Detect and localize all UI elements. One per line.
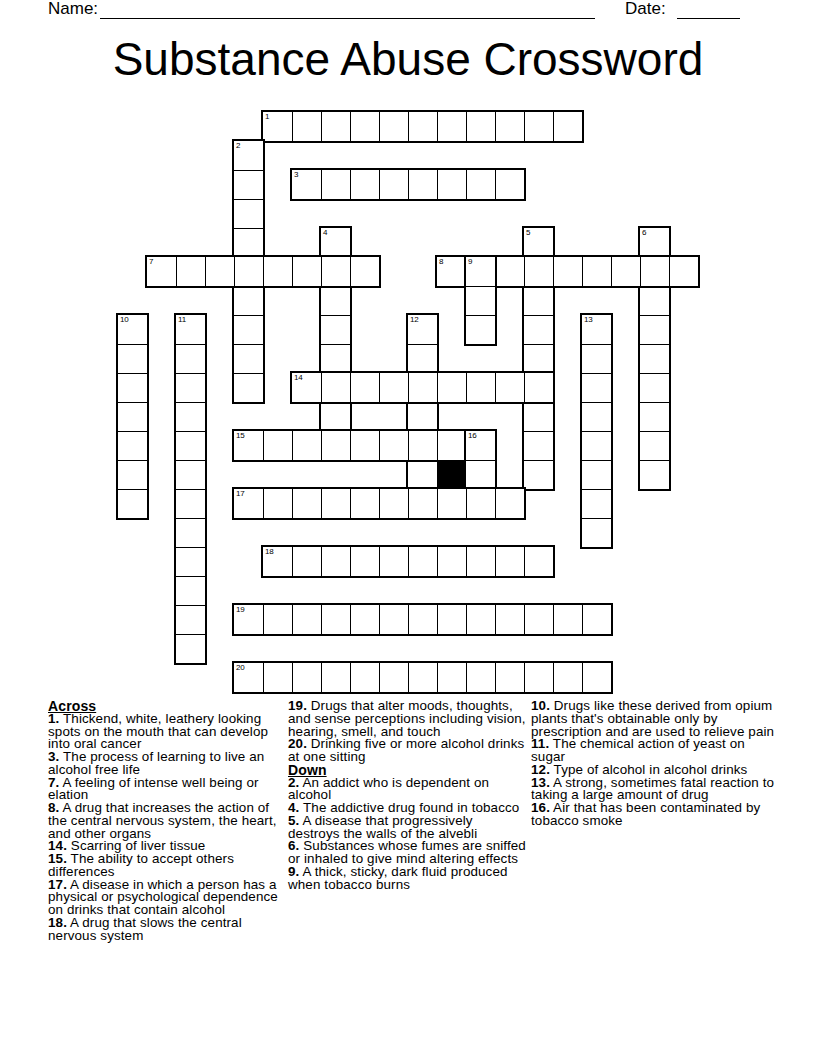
- grid-cell-r5c2[interactable]: [176, 257, 205, 286]
- grid-cell-r7c18[interactable]: [640, 315, 669, 344]
- grid-cell-r7c7[interactable]: [321, 315, 350, 344]
- grid-cell-r10c0[interactable]: [118, 402, 147, 431]
- grid-cell-r2c9[interactable]: [379, 170, 408, 199]
- grid-cell-r13c6[interactable]: [292, 489, 321, 518]
- grid-cell-r8c4[interactable]: [234, 344, 263, 373]
- crossword-grid: 1234567891011121314151617181920: [118, 112, 698, 692]
- grid-cell-r13c8[interactable]: [350, 489, 379, 518]
- name-input-line[interactable]: [100, 0, 595, 19]
- grid-cell-r15c14[interactable]: [524, 547, 553, 576]
- grid-cell-r12c0[interactable]: [118, 460, 147, 489]
- grid-cell-r11c18[interactable]: [640, 431, 669, 460]
- grid-cell-r0c10[interactable]: [408, 112, 437, 141]
- grid-cell-r19c12[interactable]: [466, 663, 495, 692]
- grid-cell-r5c13[interactable]: [495, 257, 524, 286]
- clue-number-17: 17: [236, 490, 245, 498]
- grid-cell-r2c4[interactable]: [234, 170, 263, 199]
- grid-cell-r17c7[interactable]: [321, 605, 350, 634]
- grid-cell-r7c4[interactable]: [234, 315, 263, 344]
- clue-8: 8. A drug that increases the action of t…: [48, 802, 286, 840]
- clue-17: 17. A disease in which a person has a ph…: [48, 879, 286, 917]
- grid-cell-r5c19[interactable]: [669, 257, 698, 286]
- clue-number-11: 11: [178, 316, 186, 324]
- grid-cell-r0c8[interactable]: [350, 112, 379, 141]
- clue-label-20: 20.: [288, 736, 307, 751]
- grid-cell-r6c12[interactable]: [466, 286, 495, 315]
- grid-cell-r17c12[interactable]: [466, 605, 495, 634]
- clue-label-6: 6.: [288, 838, 299, 853]
- clue-column-3: 10. Drugs like these derived from opium …: [531, 700, 781, 828]
- clue-label-19: 19.: [288, 698, 307, 713]
- grid-cell-r19c9[interactable]: [379, 663, 408, 692]
- grid-cell-r9c13[interactable]: [495, 373, 524, 402]
- grid-cell-r11c14[interactable]: [524, 431, 553, 460]
- grid-cell-r2c10[interactable]: [408, 170, 437, 199]
- grid-cell-r11c11[interactable]: [437, 431, 466, 460]
- grid-cell-r9c14[interactable]: [524, 373, 553, 402]
- word-run-18-across: [261, 545, 555, 578]
- word-run-10-down: [116, 313, 149, 520]
- grid-cell-r9c8[interactable]: [350, 373, 379, 402]
- grid-cell-r10c7[interactable]: [321, 402, 350, 431]
- clue-label-10: 10.: [531, 698, 550, 713]
- clue-5: 5. A disease that progressively destroys…: [288, 815, 527, 841]
- grid-cell-r11c5[interactable]: [263, 431, 292, 460]
- clue-11: 11. The chemical action of yeast on suga…: [531, 738, 781, 764]
- grid-cell-r6c14[interactable]: [524, 286, 553, 315]
- grid-cell-r9c9[interactable]: [379, 373, 408, 402]
- word-run-3-across: [290, 168, 526, 201]
- word-run-9-down: [464, 255, 497, 346]
- grid-cell-r17c8[interactable]: [350, 605, 379, 634]
- clue-number-19: 19: [236, 606, 245, 614]
- date-input-line[interactable]: [677, 0, 740, 19]
- grid-cell-r12c2[interactable]: [176, 460, 205, 489]
- word-run-14-across: [290, 371, 555, 404]
- grid-cell-r15c6[interactable]: [292, 547, 321, 576]
- grid-cell-r11c6[interactable]: [292, 431, 321, 460]
- grid-cell-r15c11[interactable]: [437, 547, 466, 576]
- grid-cell-r8c16[interactable]: [582, 344, 611, 373]
- grid-cell-r11c2[interactable]: [176, 431, 205, 460]
- grid-cell-r13c12[interactable]: [466, 489, 495, 518]
- clue-number-7: 7: [149, 258, 153, 266]
- grid-cell-r2c13[interactable]: [495, 170, 524, 199]
- grid-cell-r8c0[interactable]: [118, 344, 147, 373]
- grid-cell-r9c10[interactable]: [408, 373, 437, 402]
- clue-15: 15. The ability to accept others differe…: [48, 853, 286, 879]
- grid-cell-r5c14[interactable]: [524, 257, 553, 286]
- grid-cell-r5c16[interactable]: [582, 257, 611, 286]
- grid-cell-r19c16[interactable]: [582, 663, 611, 692]
- word-run-17-across: [232, 487, 526, 520]
- grid-cell-r12c12[interactable]: [466, 460, 495, 489]
- grid-cell-r7c14[interactable]: [524, 315, 553, 344]
- clue-number-6: 6: [642, 229, 646, 237]
- grid-cell-r0c11[interactable]: [437, 112, 466, 141]
- date-label: Date:: [625, 0, 666, 17]
- grid-cell-r15c10[interactable]: [408, 547, 437, 576]
- clue-number-20: 20: [236, 664, 245, 672]
- clue-20: 20. Drinking five or more alcohol drinks…: [288, 738, 527, 764]
- name-label: Name:: [48, 0, 98, 17]
- word-run-7-across: [145, 255, 381, 288]
- grid-cell-r13c10[interactable]: [408, 489, 437, 518]
- grid-cell-r6c4[interactable]: [234, 286, 263, 315]
- grid-cell-r19c7[interactable]: [321, 663, 350, 692]
- clue-13: 13. A strong, sometimes fatal reaction t…: [531, 777, 781, 803]
- clue-label-7: 7.: [48, 775, 59, 790]
- grid-cell-r8c18[interactable]: [640, 344, 669, 373]
- clue-1: 1. Thickend, white, leathery looking spo…: [48, 713, 286, 751]
- clue-label-17: 17.: [48, 877, 67, 892]
- grid-cell-r9c18[interactable]: [640, 373, 669, 402]
- grid-cell-r10c16[interactable]: [582, 402, 611, 431]
- word-run-11-down: [174, 313, 207, 665]
- black-cell-r12c11: [437, 460, 466, 489]
- grid-cell-r9c16[interactable]: [582, 373, 611, 402]
- grid-cell-r17c16[interactable]: [582, 605, 611, 634]
- grid-cell-r0c12[interactable]: [466, 112, 495, 141]
- grid-cell-r17c10[interactable]: [408, 605, 437, 634]
- grid-cell-r5c3[interactable]: [205, 257, 234, 286]
- grid-cell-r13c11[interactable]: [437, 489, 466, 518]
- grid-cell-r10c10[interactable]: [408, 402, 437, 431]
- clue-number-10: 10: [120, 316, 129, 324]
- grid-cell-r19c14[interactable]: [524, 663, 553, 692]
- clue-2: 2. An addict who is dependent on alcohol: [288, 777, 527, 803]
- clue-label-5: 5.: [288, 813, 299, 828]
- grid-cell-r10c14[interactable]: [524, 402, 553, 431]
- clue-number-13: 13: [584, 316, 593, 324]
- grid-cell-r13c0[interactable]: [118, 489, 147, 518]
- grid-cell-r15c2[interactable]: [176, 547, 205, 576]
- grid-cell-r0c7[interactable]: [321, 112, 350, 141]
- clue-label-15: 15.: [48, 851, 67, 866]
- clue-label-2: 2.: [288, 775, 299, 790]
- grid-cell-r19c8[interactable]: [350, 663, 379, 692]
- grid-cell-r17c9[interactable]: [379, 605, 408, 634]
- grid-cell-r9c12[interactable]: [466, 373, 495, 402]
- grid-cell-r15c13[interactable]: [495, 547, 524, 576]
- grid-cell-r13c2[interactable]: [176, 489, 205, 518]
- grid-cell-r6c18[interactable]: [640, 286, 669, 315]
- clue-number-16: 16: [468, 432, 477, 440]
- clue-label-8: 8.: [48, 800, 59, 815]
- page-title: Substance Abuse Crossword: [0, 36, 816, 82]
- word-run-15-across: [232, 429, 497, 462]
- grid-cell-r7c12[interactable]: [466, 315, 495, 344]
- grid-cell-r12c14[interactable]: [524, 460, 553, 489]
- grid-cell-r2c8[interactable]: [350, 170, 379, 199]
- clue-label-9: 9.: [288, 864, 299, 879]
- grid-cell-r13c5[interactable]: [263, 489, 292, 518]
- grid-cell-r17c5[interactable]: [263, 605, 292, 634]
- grid-cell-r15c12[interactable]: [466, 547, 495, 576]
- clue-number-2: 2: [236, 142, 240, 150]
- clue-number-3: 3: [294, 171, 298, 179]
- clue-label-11: 11.: [531, 736, 549, 751]
- grid-cell-r14c16[interactable]: [582, 518, 611, 547]
- grid-cell-r19c5[interactable]: [263, 663, 292, 692]
- grid-cell-r0c14[interactable]: [524, 112, 553, 141]
- clue-number-8: 8: [439, 258, 443, 266]
- clue-label-16: 16.: [531, 800, 550, 815]
- grid-cell-r3c4[interactable]: [234, 199, 263, 228]
- grid-cell-r9c4[interactable]: [234, 373, 263, 402]
- grid-cell-r17c11[interactable]: [437, 605, 466, 634]
- clue-number-9: 9: [468, 258, 472, 266]
- grid-cell-r2c7[interactable]: [321, 170, 350, 199]
- clue-column-2: 19. Drugs that alter moods, thoughts, an…: [288, 700, 527, 891]
- clue-number-5: 5: [526, 229, 530, 237]
- clue-label-3: 3.: [48, 749, 59, 764]
- grid-cell-r12c10[interactable]: [408, 460, 437, 489]
- grid-cell-r12c18[interactable]: [640, 460, 669, 489]
- grid-cell-r18c2[interactable]: [176, 634, 205, 663]
- clue-number-18: 18: [265, 548, 274, 556]
- grid-cell-r19c11[interactable]: [437, 663, 466, 692]
- clue-label-18: 18.: [48, 915, 67, 930]
- grid-cell-r5c8[interactable]: [350, 257, 379, 286]
- grid-cell-r9c11[interactable]: [437, 373, 466, 402]
- word-run-1-across: [261, 110, 584, 143]
- grid-cell-r11c8[interactable]: [350, 431, 379, 460]
- grid-cell-r5c7[interactable]: [321, 257, 350, 286]
- word-run-19-across: [232, 603, 613, 636]
- grid-cell-r19c10[interactable]: [408, 663, 437, 692]
- grid-cell-r11c10[interactable]: [408, 431, 437, 460]
- grid-cell-r0c9[interactable]: [379, 112, 408, 141]
- grid-cell-r15c9[interactable]: [379, 547, 408, 576]
- grid-cell-r5c15[interactable]: [553, 257, 582, 286]
- grid-cell-r17c13[interactable]: [495, 605, 524, 634]
- grid-cell-r11c0[interactable]: [118, 431, 147, 460]
- grid-cell-r12c16[interactable]: [582, 460, 611, 489]
- grid-cell-r5c4[interactable]: [234, 257, 263, 286]
- grid-cell-r19c15[interactable]: [553, 663, 582, 692]
- grid-cell-r8c10[interactable]: [408, 344, 437, 373]
- clue-label-13: 13.: [531, 775, 550, 790]
- grid-cell-r15c7[interactable]: [321, 547, 350, 576]
- grid-cell-r17c6[interactable]: [292, 605, 321, 634]
- grid-cell-r19c13[interactable]: [495, 663, 524, 692]
- grid-cell-r9c0[interactable]: [118, 373, 147, 402]
- word-run-20-across: [232, 661, 613, 694]
- grid-cell-r17c2[interactable]: [176, 605, 205, 634]
- clue-number-4: 4: [323, 229, 327, 237]
- clue-19: 19. Drugs that alter moods, thoughts, an…: [288, 700, 527, 738]
- clue-label-1: 1.: [48, 711, 59, 726]
- word-run-13-down: [580, 313, 613, 549]
- grid-cell-r19c6[interactable]: [292, 663, 321, 692]
- clue-16: 16. Air that has been contaminated by to…: [531, 802, 781, 828]
- grid-cell-r5c18[interactable]: [640, 257, 669, 286]
- grid-cell-r13c7[interactable]: [321, 489, 350, 518]
- grid-cell-r11c9[interactable]: [379, 431, 408, 460]
- clue-7: 7. A feeling of intense well being or el…: [48, 777, 286, 803]
- grid-cell-r10c2[interactable]: [176, 402, 205, 431]
- grid-cell-r0c6[interactable]: [292, 112, 321, 141]
- grid-cell-r6c7[interactable]: [321, 286, 350, 315]
- clue-number-1: 1: [265, 113, 269, 121]
- grid-cell-r2c11[interactable]: [437, 170, 466, 199]
- grid-cell-r2c12[interactable]: [466, 170, 495, 199]
- grid-cell-r9c2[interactable]: [176, 373, 205, 402]
- grid-cell-r8c2[interactable]: [176, 344, 205, 373]
- grid-cell-r10c18[interactable]: [640, 402, 669, 431]
- grid-cell-r17c15[interactable]: [553, 605, 582, 634]
- grid-cell-r0c13[interactable]: [495, 112, 524, 141]
- grid-cell-r5c17[interactable]: [611, 257, 640, 286]
- clue-column-1: Across1. Thickend, white, leathery looki…: [48, 700, 286, 942]
- grid-cell-r9c7[interactable]: [321, 373, 350, 402]
- grid-cell-r13c9[interactable]: [379, 489, 408, 518]
- clue-18: 18. A drug that slows the central nervou…: [48, 917, 286, 943]
- clue-number-15: 15: [236, 432, 245, 440]
- grid-cell-r13c13[interactable]: [495, 489, 524, 518]
- grid-cell-r14c2[interactable]: [176, 518, 205, 547]
- grid-cell-r5c5[interactable]: [263, 257, 292, 286]
- grid-cell-r8c7[interactable]: [321, 344, 350, 373]
- grid-cell-r4c4[interactable]: [234, 228, 263, 257]
- grid-cell-r16c2[interactable]: [176, 576, 205, 605]
- grid-cell-r11c7[interactable]: [321, 431, 350, 460]
- clue-number-14: 14: [294, 374, 303, 382]
- clue-number-12: 12: [410, 316, 419, 324]
- grid-cell-r11c16[interactable]: [582, 431, 611, 460]
- grid-cell-r17c14[interactable]: [524, 605, 553, 634]
- clue-10: 10. Drugs like these derived from opium …: [531, 700, 781, 738]
- clue-9: 9. A thick, sticky, dark fluid produced …: [288, 866, 527, 892]
- grid-cell-r5c6[interactable]: [292, 257, 321, 286]
- clue-3: 3. The process of learning to live an al…: [48, 751, 286, 777]
- grid-cell-r15c8[interactable]: [350, 547, 379, 576]
- grid-cell-r13c16[interactable]: [582, 489, 611, 518]
- grid-cell-r8c14[interactable]: [524, 344, 553, 373]
- clue-6: 6. Substances whose fumes are sniffed or…: [288, 840, 527, 866]
- grid-cell-r0c15[interactable]: [553, 112, 582, 141]
